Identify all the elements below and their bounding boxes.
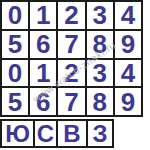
letter-cell-3: В [58,121,86,146]
cell-r4c2: 6 [30,88,56,115]
cell-r3c3: 2 [58,60,84,87]
cell-r4c1: 5 [2,88,28,115]
letter-row: ЮСВЗ [0,119,114,148]
cell-r1c1: 0 [2,2,28,29]
cell-r3c1: 0 [2,60,28,87]
cell-r3c5: 4 [115,60,141,87]
sticker-sheet: 01234567890123456789 ЮСВЗ www.walco-znak… [0,0,150,150]
cell-r3c2: 1 [30,60,56,87]
cell-r4c3: 7 [58,88,84,115]
letter-cell-1: Ю [2,121,33,146]
cell-r4c4: 8 [87,88,113,115]
digit-grid: 01234567890123456789 [0,0,143,117]
letter-cell-4: З [88,121,112,146]
cell-r1c5: 4 [115,2,141,29]
cell-r3c4: 3 [87,60,113,87]
cell-r4c5: 9 [115,88,141,115]
cell-r1c3: 2 [58,2,84,29]
cell-r2c2: 6 [30,31,56,58]
cell-r1c4: 3 [87,2,113,29]
letter-cell-2: С [35,121,56,146]
cell-r1c2: 1 [30,2,56,29]
cell-r2c4: 8 [87,31,113,58]
cell-r2c3: 7 [58,31,84,58]
cell-r2c1: 5 [2,31,28,58]
cell-r2c5: 9 [115,31,141,58]
